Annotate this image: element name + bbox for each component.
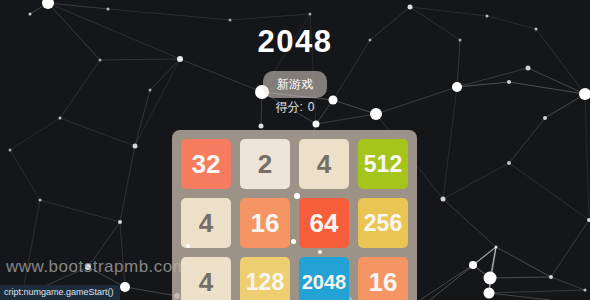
tile-2048: 2048 — [299, 257, 349, 300]
tile-64: 64 — [299, 198, 349, 248]
foreground-particle-dot — [291, 239, 296, 244]
watermark-text: www.bootstrapmb.com — [6, 257, 187, 277]
score-value: 0 — [308, 100, 315, 114]
tile-32: 32 — [181, 139, 231, 189]
board-grid: 3224512416642564128204816 — [172, 130, 417, 300]
score-display: 得分:0 — [0, 99, 590, 116]
browser-status-bar: cript:numgame.gameStart() — [0, 285, 120, 300]
score-label: 得分: — [275, 100, 302, 114]
tile-4: 4 — [181, 257, 231, 300]
tile-256: 256 — [358, 198, 408, 248]
foreground-particle-dot — [294, 193, 300, 199]
page-title: 2048 — [0, 24, 590, 60]
tile-512: 512 — [358, 139, 408, 189]
tile-128: 128 — [240, 257, 290, 300]
tile-4: 4 — [181, 198, 231, 248]
foreground-particle-dot — [186, 244, 190, 248]
tile-16: 16 — [240, 198, 290, 248]
foreground-particle-dot — [318, 250, 322, 254]
tile-2: 2 — [240, 139, 290, 189]
new-game-button[interactable]: 新游戏 — [263, 71, 327, 98]
tile-4: 4 — [299, 139, 349, 189]
tile-16: 16 — [358, 257, 408, 300]
